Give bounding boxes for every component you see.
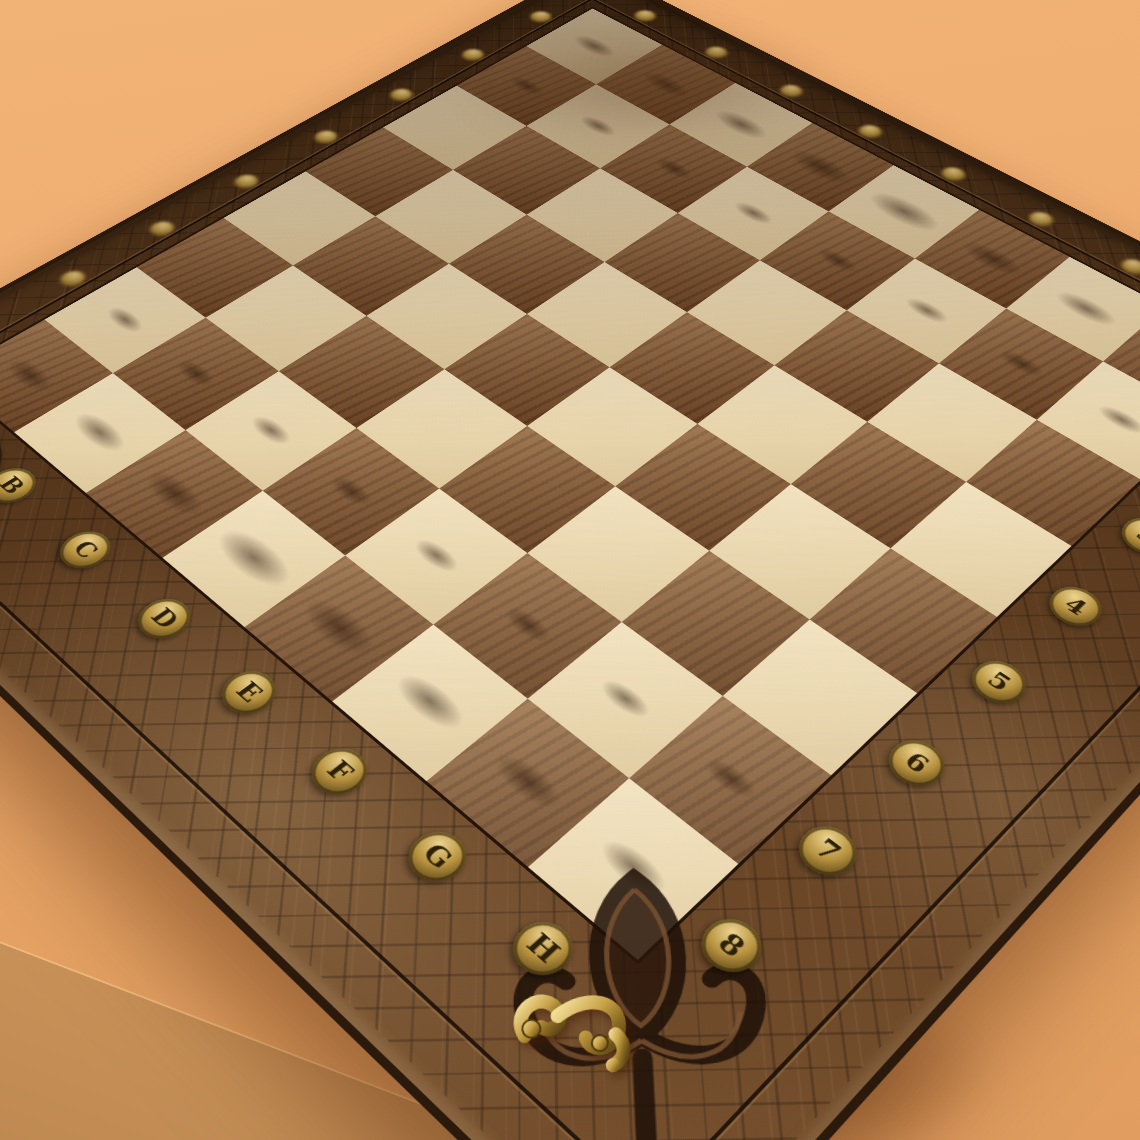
- brass-stud-icon: [230, 172, 262, 192]
- black-pawn-glyph: ♟: [960, 283, 1140, 413]
- brass-stud-icon: [310, 128, 341, 146]
- rank-medallion-4: 4: [1040, 579, 1111, 634]
- photo-canvas: ABCDEFGH87654321 ♜♞♝♛♚♝♞♜♟♟♟♟♟♟♟♟♟♟♟♟♟♟♟…: [0, 0, 1140, 1140]
- white-rook-glyph: ♜: [435, 659, 830, 858]
- rank-medallion-5: 5: [962, 653, 1036, 712]
- rank-medallion-3: 3: [1112, 511, 1140, 562]
- depth-of-field-haze: [370, 0, 910, 170]
